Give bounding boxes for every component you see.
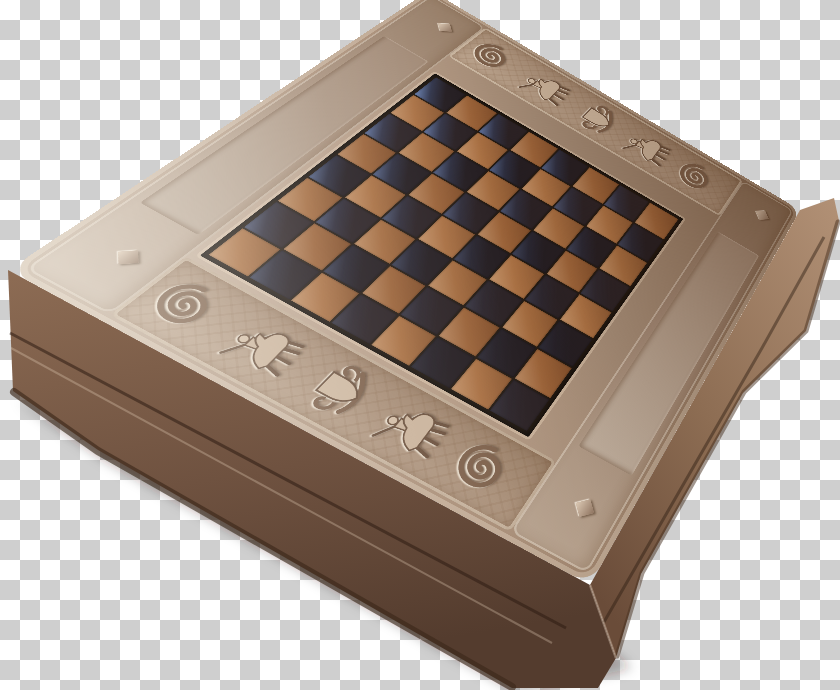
carving-spiral-scrollwork — [470, 41, 511, 69]
carving-spiral-scrollwork — [452, 440, 508, 490]
diamond-motif — [118, 250, 138, 264]
carving-knight-on-horseback — [519, 71, 571, 107]
carving-spiral-scrollwork — [149, 280, 218, 327]
carving-knight-on-horseback — [623, 131, 671, 168]
diamond-motif — [438, 23, 452, 31]
carving-knight-on-horseback — [221, 320, 306, 380]
carving-shield-with-scrolls — [306, 362, 374, 418]
product-photo-canvas — [0, 0, 840, 690]
carving-shield-with-scrolls — [578, 103, 618, 135]
diamond-motif — [576, 499, 594, 517]
carving-spiral-scrollwork — [677, 161, 712, 191]
carving-knight-on-horseback — [373, 401, 451, 463]
diamond-motif — [756, 211, 769, 220]
